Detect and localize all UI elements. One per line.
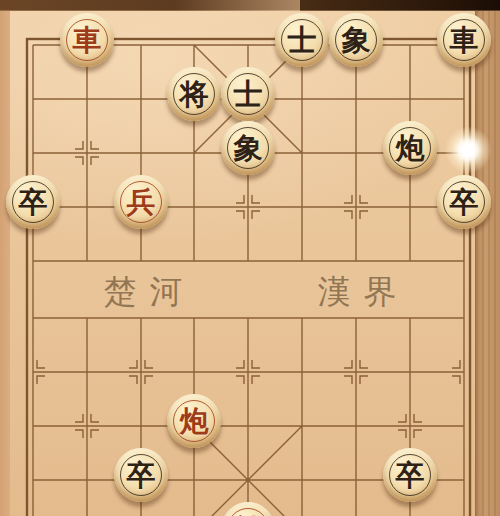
piece-glyph: 将	[167, 67, 221, 121]
piece-glyph: 炮	[167, 394, 221, 448]
piece-glyph: 卒	[437, 175, 491, 229]
piece-glyph: 兵	[114, 175, 168, 229]
piece-glyph: 象	[329, 13, 383, 67]
piece-glyph: 車	[60, 13, 114, 67]
piece-glyph: 士	[221, 67, 275, 121]
piece-glyph: 卒	[383, 448, 437, 502]
piece-black-将[interactable]: 将	[167, 67, 221, 121]
piece-red-車[interactable]: 車	[60, 13, 114, 67]
piece-black-象[interactable]: 象	[221, 121, 275, 175]
top-wood-bar	[0, 0, 500, 11]
piece-black-卒[interactable]: 卒	[383, 448, 437, 502]
xiangqi-board-screen: 楚河 漢界 車士象車将士象炮卒兵卒炮卒卒帥	[0, 0, 500, 516]
piece-black-車[interactable]: 車	[437, 13, 491, 67]
piece-red-炮[interactable]: 炮	[167, 394, 221, 448]
piece-red-兵[interactable]: 兵	[114, 175, 168, 229]
piece-black-炮[interactable]: 炮	[383, 121, 437, 175]
piece-black-士[interactable]: 士	[221, 67, 275, 121]
piece-glyph: 炮	[383, 121, 437, 175]
piece-glyph: 帥	[221, 502, 275, 516]
piece-black-卒[interactable]: 卒	[114, 448, 168, 502]
river-label-left: 楚河	[91, 270, 196, 315]
piece-black-卒[interactable]: 卒	[437, 175, 491, 229]
piece-glyph: 卒	[6, 175, 60, 229]
piece-glyph: 象	[221, 121, 275, 175]
piece-glyph: 車	[437, 13, 491, 67]
piece-black-卒[interactable]: 卒	[6, 175, 60, 229]
piece-red-帥[interactable]: 帥	[221, 502, 275, 516]
piece-black-象[interactable]: 象	[329, 13, 383, 67]
piece-black-士[interactable]: 士	[275, 13, 329, 67]
move-glow-effect	[444, 126, 492, 174]
piece-glyph: 士	[275, 13, 329, 67]
piece-glyph: 卒	[114, 448, 168, 502]
river-label-right: 漢界	[305, 270, 410, 315]
